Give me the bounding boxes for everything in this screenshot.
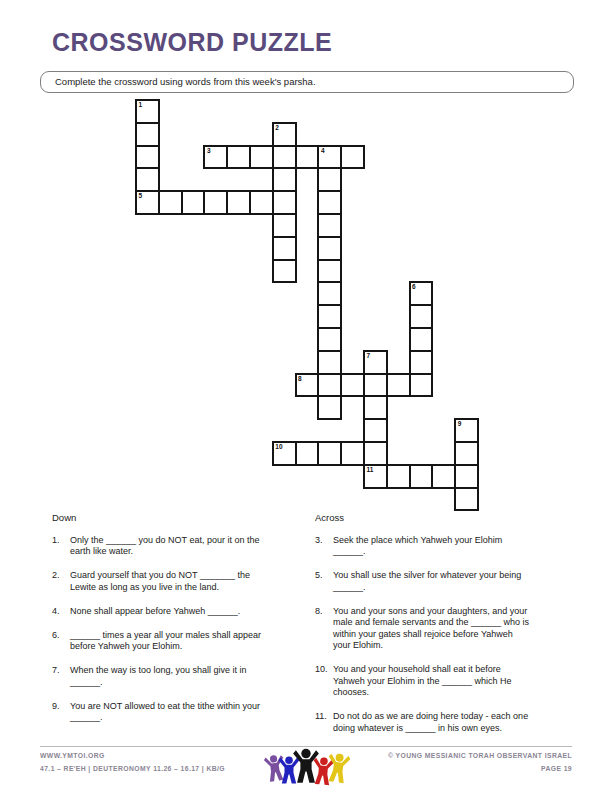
clue-text: You shall use the silver for whatever yo… — [333, 570, 531, 593]
clue-number: 8. — [315, 606, 333, 652]
grid-cell-r7c6[interactable] — [272, 259, 297, 284]
clue-text: Seek the place which Yahweh your Elohim … — [333, 535, 531, 558]
footer-right: © YOUNG MESSIANIC TORAH OBSERVANT ISRAEL… — [388, 752, 572, 772]
grid-cell-r3c6[interactable] — [272, 167, 297, 192]
grid-cell-r7c8[interactable] — [317, 259, 342, 284]
grid-cell-r4c0[interactable]: 5 — [135, 190, 160, 215]
clue-text: Only the ______ you do NOT eat, pour it … — [70, 535, 268, 558]
clue-number: 11. — [315, 711, 333, 734]
cell-number-7: 7 — [367, 352, 371, 359]
clue-text: Do not do as we are doing here today - e… — [333, 711, 531, 734]
grid-cell-r2c6[interactable] — [272, 145, 297, 170]
grid-cell-r4c8[interactable] — [317, 190, 342, 215]
cell-number-11: 11 — [367, 466, 374, 473]
down-clues-list: 1.Only the ______ you do NOT eat, pour i… — [52, 535, 284, 724]
page-title: CROSSWORD PUZZLE — [52, 28, 332, 57]
grid-cell-r2c4[interactable] — [226, 145, 251, 170]
down-clue-4: 4.None shall appear before Yahweh ______… — [52, 606, 284, 618]
across-header: Across — [315, 512, 561, 524]
across-clue-11: 11.Do not do as we are doing here today … — [315, 711, 561, 734]
grid-cell-r12c8[interactable] — [317, 373, 342, 398]
grid-cell-r15c14[interactable] — [454, 441, 479, 466]
grid-cell-r6c6[interactable] — [272, 236, 297, 261]
grid-cell-r15c6[interactable]: 10 — [272, 441, 297, 466]
down-clue-2: 2.Guard yourself that you do NOT _______… — [52, 570, 284, 593]
across-clue-3: 3.Seek the place which Yahweh your Elohi… — [315, 535, 561, 558]
grid-cell-r12c12[interactable] — [409, 373, 434, 398]
grid-cell-r12c10[interactable] — [363, 373, 388, 398]
clue-number: 7. — [52, 665, 70, 688]
grid-cell-r12c9[interactable] — [340, 373, 365, 398]
clue-number: 10. — [315, 664, 333, 699]
grid-cell-r16c13[interactable] — [431, 464, 456, 489]
cell-number-4: 4 — [321, 147, 325, 154]
footer-left: WWW.YMTOI.ORG 47.1 – RE'EH | DEUTERONOMY… — [40, 752, 225, 772]
grid-cell-r0c0[interactable]: 1 — [135, 99, 160, 124]
clue-text: When the way is too long, you shall give… — [70, 665, 268, 688]
grid-cell-r2c0[interactable] — [135, 145, 160, 170]
crossword-grid: 1234567891011 — [135, 99, 482, 514]
grid-cell-r2c7[interactable] — [295, 145, 320, 170]
grid-cell-r10c12[interactable] — [409, 327, 434, 352]
instruction-text: Complete the crossword using words from … — [55, 76, 316, 87]
grid-cell-r4c1[interactable] — [158, 190, 183, 215]
grid-cell-r13c10[interactable] — [363, 395, 388, 420]
across-clues-column: Across 3.Seek the place which Yahweh you… — [315, 512, 561, 747]
clue-number: 4. — [52, 606, 70, 618]
grid-cell-r12c7[interactable]: 8 — [295, 373, 320, 398]
clue-number: 1. — [52, 535, 70, 558]
cell-number-8: 8 — [298, 375, 302, 382]
clue-number: 2. — [52, 570, 70, 593]
grid-cell-r15c8[interactable] — [317, 441, 342, 466]
grid-cell-r3c0[interactable] — [135, 167, 160, 192]
clue-number: 5. — [315, 570, 333, 593]
across-clues-list: 3.Seek the place which Yahweh your Elohi… — [315, 535, 561, 735]
clue-text: You and your sons and your daughters, an… — [333, 606, 531, 652]
across-clue-10: 10.You and your household shall eat it b… — [315, 664, 561, 699]
clue-number: 6. — [52, 630, 70, 653]
grid-cell-r17c14[interactable] — [454, 487, 479, 512]
grid-cell-r4c2[interactable] — [181, 190, 206, 215]
clue-text: You and your household shall eat it befo… — [333, 664, 531, 699]
down-clue-9: 9.You are NOT allowed to eat the tithe w… — [52, 701, 284, 724]
clue-text: You are NOT allowed to eat the tithe wit… — [70, 701, 268, 724]
grid-cell-r5c8[interactable] — [317, 213, 342, 238]
grid-cell-r16c11[interactable] — [386, 464, 411, 489]
grid-cell-r3c8[interactable] — [317, 167, 342, 192]
clue-text: ______ times a year all your males shall… — [70, 630, 268, 653]
grid-cell-r4c3[interactable] — [203, 190, 228, 215]
grid-cell-r8c8[interactable] — [317, 281, 342, 306]
grid-cell-r12c11[interactable] — [386, 373, 411, 398]
clue-number: 3. — [315, 535, 333, 558]
grid-cell-r11c8[interactable] — [317, 350, 342, 375]
ymtoi-logo — [264, 748, 350, 792]
cell-number-1: 1 — [139, 101, 143, 108]
grid-cell-r10c8[interactable] — [317, 327, 342, 352]
grid-cell-r2c9[interactable] — [340, 145, 365, 170]
worksheet-page: CROSSWORD PUZZLE Complete the crossword … — [0, 0, 612, 792]
grid-cell-r16c10[interactable]: 11 — [363, 464, 388, 489]
grid-cell-r4c6[interactable] — [272, 190, 297, 215]
clue-text: None shall appear before Yahweh ______. — [70, 606, 268, 618]
footer-reference: 47.1 – RE'EH | DEUTERONOMY 11.26 – 16.17… — [40, 765, 225, 772]
clue-text: Guard yourself that you do NOT _______ t… — [70, 570, 268, 593]
grid-cell-r2c5[interactable] — [249, 145, 274, 170]
across-clue-5: 5.You shall use the silver for whatever … — [315, 570, 561, 593]
cell-number-2: 2 — [275, 124, 279, 131]
grid-cell-r1c6[interactable]: 2 — [272, 122, 297, 147]
down-header: Down — [52, 512, 284, 524]
footer-copyright: © YOUNG MESSIANIC TORAH OBSERVANT ISRAEL — [388, 752, 572, 759]
grid-cell-r15c9[interactable] — [340, 441, 365, 466]
grid-cell-r2c3[interactable]: 3 — [203, 145, 228, 170]
grid-cell-r15c10[interactable] — [363, 441, 388, 466]
footer-website: WWW.YMTOI.ORG — [40, 752, 225, 759]
grid-cell-r15c7[interactable] — [295, 441, 320, 466]
cell-number-10: 10 — [275, 443, 282, 450]
cell-number-6: 6 — [412, 283, 416, 290]
grid-cell-r8c12[interactable]: 6 — [409, 281, 434, 306]
logo-figures-icon — [264, 748, 350, 790]
grid-cell-r11c12[interactable] — [409, 350, 434, 375]
grid-cell-r4c5[interactable] — [249, 190, 274, 215]
grid-cell-r4c4[interactable] — [226, 190, 251, 215]
across-clue-8: 8.You and your sons and your daughters, … — [315, 606, 561, 652]
grid-cell-r16c12[interactable] — [409, 464, 434, 489]
footer-divider — [40, 746, 572, 747]
cell-number-3: 3 — [207, 147, 211, 154]
grid-cell-r5c6[interactable] — [272, 213, 297, 238]
cell-number-5: 5 — [139, 192, 143, 199]
grid-cell-r6c8[interactable] — [317, 236, 342, 261]
grid-cell-r16c14[interactable] — [454, 464, 479, 489]
instruction-box: Complete the crossword using words from … — [40, 71, 574, 93]
grid-cell-r14c14[interactable]: 9 — [454, 418, 479, 443]
down-clue-6: 6.______ times a year all your males sha… — [52, 630, 284, 653]
down-clue-1: 1.Only the ______ you do NOT eat, pour i… — [52, 535, 284, 558]
grid-cell-r11c10[interactable]: 7 — [363, 350, 388, 375]
grid-cell-r9c12[interactable] — [409, 304, 434, 329]
down-clue-7: 7.When the way is too long, you shall gi… — [52, 665, 284, 688]
grid-cell-r1c0[interactable] — [135, 122, 160, 147]
clue-number: 9. — [52, 701, 70, 724]
down-clues-column: Down 1.Only the ______ you do NOT eat, p… — [52, 512, 284, 736]
grid-cell-r9c8[interactable] — [317, 304, 342, 329]
grid-cell-r14c10[interactable] — [363, 418, 388, 443]
footer-page-number: PAGE 19 — [388, 765, 572, 772]
grid-cell-r2c8[interactable]: 4 — [317, 145, 342, 170]
cell-number-9: 9 — [458, 420, 462, 427]
grid-cell-r13c8[interactable] — [317, 395, 342, 420]
